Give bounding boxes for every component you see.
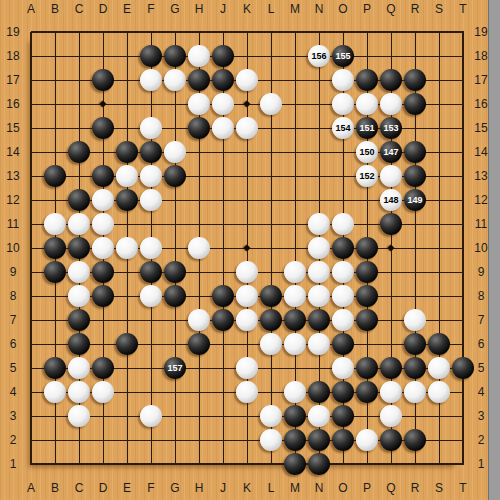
column-label: N <box>315 2 324 16</box>
column-label: T <box>459 2 466 16</box>
column-label: F <box>147 481 154 495</box>
column-label: P <box>363 481 371 495</box>
stone-move-147[interactable]: 147 <box>380 141 402 163</box>
stone-p17[interactable] <box>356 69 378 91</box>
window-right-scrollbar-strip[interactable] <box>488 0 500 500</box>
stone-f17[interactable] <box>140 69 162 91</box>
stone-n7[interactable] <box>308 309 330 331</box>
stone-r2[interactable] <box>404 429 426 451</box>
column-label: C <box>75 481 84 495</box>
stone-d10[interactable] <box>92 237 114 259</box>
stone-k17[interactable] <box>236 69 258 91</box>
column-label: H <box>195 2 204 16</box>
column-label: H <box>195 481 204 495</box>
stone-p16[interactable] <box>356 93 378 115</box>
stone-j7[interactable] <box>212 309 234 331</box>
stone-o7[interactable] <box>332 309 354 331</box>
star-point <box>99 100 106 107</box>
row-label: 9 <box>478 265 485 279</box>
stone-j16[interactable] <box>212 93 234 115</box>
column-label: R <box>411 481 420 495</box>
row-label: 6 <box>10 337 17 351</box>
row-label: 18 <box>474 49 487 63</box>
stone-o3[interactable] <box>332 405 354 427</box>
row-label: 16 <box>6 97 19 111</box>
stone-o16[interactable] <box>332 93 354 115</box>
stone-j15[interactable] <box>212 117 234 139</box>
stone-move-155[interactable]: 155 <box>332 45 354 67</box>
go-board-grid[interactable]: 156155154151153150147152148149157 <box>31 32 464 465</box>
stone-c11[interactable] <box>68 213 90 235</box>
stone-g13[interactable] <box>164 165 186 187</box>
row-label: 17 <box>6 73 19 87</box>
stone-g8[interactable] <box>164 285 186 307</box>
stone-o4[interactable] <box>332 381 354 403</box>
stone-q3[interactable] <box>380 405 402 427</box>
row-label: 11 <box>475 217 487 231</box>
stone-b13[interactable] <box>44 165 66 187</box>
stone-r16[interactable] <box>404 93 426 115</box>
stone-g9[interactable] <box>164 261 186 283</box>
stone-d12[interactable] <box>92 189 114 211</box>
stone-move-151[interactable]: 151 <box>356 117 378 139</box>
stone-l7[interactable] <box>260 309 282 331</box>
stone-t5[interactable] <box>452 357 474 379</box>
stone-n9[interactable] <box>308 261 330 283</box>
stone-k8[interactable] <box>236 285 258 307</box>
stone-c14[interactable] <box>68 141 90 163</box>
stone-g17[interactable] <box>164 69 186 91</box>
stone-move-152[interactable]: 152 <box>356 165 378 187</box>
row-label: 17 <box>474 73 487 87</box>
stone-q16[interactable] <box>380 93 402 115</box>
star-point <box>243 244 250 251</box>
stone-r7[interactable] <box>404 309 426 331</box>
stone-b10[interactable] <box>44 237 66 259</box>
column-label: D <box>99 481 108 495</box>
column-label: G <box>170 481 179 495</box>
row-label: 8 <box>478 289 485 303</box>
stone-q5[interactable] <box>380 357 402 379</box>
stone-r4[interactable] <box>404 381 426 403</box>
row-label: 16 <box>474 97 487 111</box>
column-label: J <box>220 481 226 495</box>
go-board-window: ABCDEFGHJKLMNOPQRST ABCDEFGHJKLMNOPQRST … <box>0 0 500 500</box>
stone-b4[interactable] <box>44 381 66 403</box>
column-label: E <box>123 2 131 16</box>
stone-d11[interactable] <box>92 213 114 235</box>
stone-k4[interactable] <box>236 381 258 403</box>
stone-o10[interactable] <box>332 237 354 259</box>
stone-s6[interactable] <box>428 333 450 355</box>
stone-move-148[interactable]: 148 <box>380 189 402 211</box>
stone-c9[interactable] <box>68 261 90 283</box>
stone-q2[interactable] <box>380 429 402 451</box>
column-label: S <box>435 2 443 16</box>
stone-c4[interactable] <box>68 381 90 403</box>
column-label: R <box>411 2 420 16</box>
column-label: D <box>99 2 108 16</box>
row-label: 15 <box>474 121 487 135</box>
row-label: 7 <box>10 313 17 327</box>
grid-line-horizontal <box>31 463 464 465</box>
stone-o8[interactable] <box>332 285 354 307</box>
row-label: 12 <box>6 193 19 207</box>
stone-d17[interactable] <box>92 69 114 91</box>
stone-p4[interactable] <box>356 381 378 403</box>
grid-line-vertical <box>462 32 464 465</box>
stone-p9[interactable] <box>356 261 378 283</box>
column-label: O <box>338 481 347 495</box>
row-label: 12 <box>474 193 487 207</box>
stone-h7[interactable] <box>188 309 210 331</box>
column-label: L <box>268 2 275 16</box>
column-label: M <box>290 2 300 16</box>
stone-c7[interactable] <box>68 309 90 331</box>
stone-e14[interactable] <box>116 141 138 163</box>
row-label: 19 <box>6 25 19 39</box>
stone-s4[interactable] <box>428 381 450 403</box>
row-label: 6 <box>478 337 485 351</box>
stone-h6[interactable] <box>188 333 210 355</box>
stone-j18[interactable] <box>212 45 234 67</box>
row-label: 10 <box>6 241 19 255</box>
stone-m9[interactable] <box>284 261 306 283</box>
row-label: 5 <box>10 361 17 375</box>
stone-n1[interactable] <box>308 453 330 475</box>
row-label: 10 <box>474 241 487 255</box>
stone-n11[interactable] <box>308 213 330 235</box>
stone-n2[interactable] <box>308 429 330 451</box>
grid-line-horizontal <box>31 344 464 345</box>
stone-c12[interactable] <box>68 189 90 211</box>
stone-d13[interactable] <box>92 165 114 187</box>
row-label: 7 <box>478 313 485 327</box>
stone-e12[interactable] <box>116 189 138 211</box>
stone-o2[interactable] <box>332 429 354 451</box>
stone-m8[interactable] <box>284 285 306 307</box>
column-label: G <box>170 2 179 16</box>
row-label: 3 <box>10 409 17 423</box>
stone-l2[interactable] <box>260 429 282 451</box>
column-label: N <box>315 481 324 495</box>
stone-j8[interactable] <box>212 285 234 307</box>
stone-m3[interactable] <box>284 405 306 427</box>
stone-e10[interactable] <box>116 237 138 259</box>
row-label: 13 <box>6 169 19 183</box>
stone-move-157[interactable]: 157 <box>164 357 186 379</box>
row-label: 1 <box>478 457 485 471</box>
stone-l8[interactable] <box>260 285 282 307</box>
stone-p10[interactable] <box>356 237 378 259</box>
star-point <box>243 100 250 107</box>
column-label: F <box>147 2 154 16</box>
stone-q17[interactable] <box>380 69 402 91</box>
row-label: 5 <box>478 361 485 375</box>
stone-m6[interactable] <box>284 333 306 355</box>
stone-p2[interactable] <box>356 429 378 451</box>
stone-f3[interactable] <box>140 405 162 427</box>
stone-m4[interactable] <box>284 381 306 403</box>
column-label: A <box>27 2 35 16</box>
column-label: Q <box>386 481 395 495</box>
stone-c8[interactable] <box>68 285 90 307</box>
column-label: K <box>243 481 251 495</box>
stone-f8[interactable] <box>140 285 162 307</box>
stone-s5[interactable] <box>428 357 450 379</box>
stone-o17[interactable] <box>332 69 354 91</box>
stone-k9[interactable] <box>236 261 258 283</box>
stone-r17[interactable] <box>404 69 426 91</box>
stone-j17[interactable] <box>212 69 234 91</box>
stone-b11[interactable] <box>44 213 66 235</box>
star-point <box>387 244 394 251</box>
stone-o9[interactable] <box>332 261 354 283</box>
stone-c5[interactable] <box>68 357 90 379</box>
stone-p5[interactable] <box>356 357 378 379</box>
row-label: 14 <box>6 145 19 159</box>
stone-g14[interactable] <box>164 141 186 163</box>
row-label: 2 <box>478 433 485 447</box>
stone-move-150[interactable]: 150 <box>356 141 378 163</box>
stone-o5[interactable] <box>332 357 354 379</box>
stone-h16[interactable] <box>188 93 210 115</box>
row-label: 19 <box>474 25 487 39</box>
row-label: 14 <box>474 145 487 159</box>
row-label: 9 <box>10 265 17 279</box>
stone-f15[interactable] <box>140 117 162 139</box>
stone-d4[interactable] <box>92 381 114 403</box>
stone-n10[interactable] <box>308 237 330 259</box>
stone-r14[interactable] <box>404 141 426 163</box>
stone-d5[interactable] <box>92 357 114 379</box>
row-label: 4 <box>10 385 17 399</box>
stone-f13[interactable] <box>140 165 162 187</box>
stone-b9[interactable] <box>44 261 66 283</box>
stone-m1[interactable] <box>284 453 306 475</box>
stone-m7[interactable] <box>284 309 306 331</box>
column-label: A <box>27 481 35 495</box>
column-label: L <box>268 481 275 495</box>
stone-p8[interactable] <box>356 285 378 307</box>
stone-h17[interactable] <box>188 69 210 91</box>
stone-move-153[interactable]: 153 <box>380 117 402 139</box>
row-label: 2 <box>10 433 17 447</box>
row-label: 13 <box>474 169 487 183</box>
column-label: M <box>290 481 300 495</box>
column-label: Q <box>386 2 395 16</box>
stone-move-156[interactable]: 156 <box>308 45 330 67</box>
stone-move-149[interactable]: 149 <box>404 189 426 211</box>
stone-b5[interactable] <box>44 357 66 379</box>
stone-f12[interactable] <box>140 189 162 211</box>
stone-n6[interactable] <box>308 333 330 355</box>
stone-r13[interactable] <box>404 165 426 187</box>
stone-n4[interactable] <box>308 381 330 403</box>
stone-h15[interactable] <box>188 117 210 139</box>
stone-l16[interactable] <box>260 93 282 115</box>
row-label: 11 <box>7 217 19 231</box>
stone-e6[interactable] <box>116 333 138 355</box>
stone-l3[interactable] <box>260 405 282 427</box>
stone-f14[interactable] <box>140 141 162 163</box>
stone-m2[interactable] <box>284 429 306 451</box>
stone-p7[interactable] <box>356 309 378 331</box>
column-label: T <box>459 481 466 495</box>
stone-q4[interactable] <box>380 381 402 403</box>
stone-h10[interactable] <box>188 237 210 259</box>
stone-q13[interactable] <box>380 165 402 187</box>
stone-c6[interactable] <box>68 333 90 355</box>
stone-f18[interactable] <box>140 45 162 67</box>
stone-e13[interactable] <box>116 165 138 187</box>
stone-k7[interactable] <box>236 309 258 331</box>
stone-c10[interactable] <box>68 237 90 259</box>
row-label: 1 <box>10 457 17 471</box>
column-label: B <box>51 481 59 495</box>
stone-n3[interactable] <box>308 405 330 427</box>
column-label: E <box>123 481 131 495</box>
stone-d8[interactable] <box>92 285 114 307</box>
column-label: O <box>338 2 347 16</box>
stone-move-154[interactable]: 154 <box>332 117 354 139</box>
column-label: S <box>435 481 443 495</box>
stone-f9[interactable] <box>140 261 162 283</box>
stone-d15[interactable] <box>92 117 114 139</box>
stone-h18[interactable] <box>188 45 210 67</box>
column-label: B <box>51 2 59 16</box>
stone-o6[interactable] <box>332 333 354 355</box>
stone-r6[interactable] <box>404 333 426 355</box>
column-label: P <box>363 2 371 16</box>
stone-n8[interactable] <box>308 285 330 307</box>
stone-c3[interactable] <box>68 405 90 427</box>
row-label: 15 <box>6 121 19 135</box>
row-label: 4 <box>478 385 485 399</box>
stone-q11[interactable] <box>380 213 402 235</box>
row-label: 8 <box>10 289 17 303</box>
stone-l6[interactable] <box>260 333 282 355</box>
column-label: K <box>243 2 251 16</box>
stone-d9[interactable] <box>92 261 114 283</box>
stone-r5[interactable] <box>404 357 426 379</box>
column-label: J <box>220 2 226 16</box>
stone-f10[interactable] <box>140 237 162 259</box>
stone-o11[interactable] <box>332 213 354 235</box>
stone-k15[interactable] <box>236 117 258 139</box>
column-label: C <box>75 2 84 16</box>
stone-k5[interactable] <box>236 357 258 379</box>
row-label: 3 <box>478 409 485 423</box>
stone-g18[interactable] <box>164 45 186 67</box>
row-label: 18 <box>6 49 19 63</box>
